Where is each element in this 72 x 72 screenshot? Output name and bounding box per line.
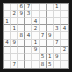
cell-r3c9[interactable]	[61, 18, 68, 25]
cell-r8c5[interactable]	[32, 54, 39, 61]
cell-r4c2[interactable]: 1	[11, 25, 18, 32]
cell-r1c2[interactable]	[11, 4, 18, 11]
cell-r9c9[interactable]	[61, 61, 68, 68]
cell-r5c3[interactable]: 8	[18, 32, 25, 39]
cell-r7c4[interactable]	[25, 47, 32, 54]
cell-r7c3[interactable]	[18, 47, 25, 54]
cell-r2c1[interactable]	[4, 11, 11, 18]
cell-r1c4[interactable]: 7	[25, 4, 32, 11]
cell-r5c2[interactable]	[11, 32, 18, 39]
cell-r9c5[interactable]	[32, 61, 39, 68]
cell-r4c9[interactable]: 4	[61, 25, 68, 32]
cell-r8c7[interactable]: 1	[47, 54, 54, 61]
cell-r8c4[interactable]	[25, 54, 32, 61]
cell-r1c1[interactable]	[4, 4, 11, 11]
cell-r3c2[interactable]	[11, 18, 18, 25]
cell-r7c7[interactable]	[47, 47, 54, 54]
cell-r9c2[interactable]: 7	[11, 61, 18, 68]
cell-r2c6[interactable]	[40, 11, 47, 18]
cell-r2c5[interactable]	[32, 11, 39, 18]
cell-r6c3[interactable]	[18, 40, 25, 47]
cell-r3c5[interactable]: 4	[32, 18, 39, 25]
cell-r1c8[interactable]: 1	[54, 4, 61, 11]
cell-r8c1[interactable]	[4, 54, 11, 61]
cell-r2c8[interactable]	[54, 11, 61, 18]
cell-r2c4[interactable]: 3	[25, 11, 32, 18]
cell-r5c1[interactable]	[4, 32, 11, 39]
cell-r2c3[interactable]: 9	[18, 11, 25, 18]
cell-r8c8[interactable]: 9	[54, 54, 61, 61]
cell-r3c7[interactable]	[47, 18, 54, 25]
cell-r9c3[interactable]	[18, 61, 25, 68]
cell-r9c4[interactable]	[25, 61, 32, 68]
cell-r4c5[interactable]: 2	[32, 25, 39, 32]
cell-r7c5[interactable]: 9	[32, 47, 39, 54]
cell-r9c7[interactable]: 5	[47, 61, 54, 68]
cell-r5c4[interactable]: 4	[25, 32, 32, 39]
cell-r4c7[interactable]	[47, 25, 54, 32]
cell-r4c3[interactable]	[18, 25, 25, 32]
sudoku-board: 6712931412348479491792519785	[3, 3, 69, 69]
cell-r8c9[interactable]	[61, 54, 68, 61]
cell-r3c1[interactable]: 1	[4, 18, 11, 25]
cell-r9c1[interactable]	[4, 61, 11, 68]
cell-r1c5[interactable]	[32, 4, 39, 11]
cell-r6c6[interactable]	[40, 40, 47, 47]
cell-r5c6[interactable]: 7	[40, 32, 47, 39]
cell-r2c2[interactable]: 2	[11, 11, 18, 18]
cell-r4c1[interactable]	[4, 25, 11, 32]
cell-r1c6[interactable]	[40, 4, 47, 11]
cell-r7c1[interactable]	[4, 47, 11, 54]
cell-r1c3[interactable]: 6	[18, 4, 25, 11]
cell-r8c2[interactable]	[11, 54, 18, 61]
cell-r7c9[interactable]: 2	[61, 47, 68, 54]
cell-r3c6[interactable]	[40, 18, 47, 25]
cell-r3c3[interactable]	[18, 18, 25, 25]
cell-r6c9[interactable]	[61, 40, 68, 47]
cell-r5c9[interactable]	[61, 32, 68, 39]
cell-r6c5[interactable]: 1	[32, 40, 39, 47]
cell-r1c9[interactable]	[61, 4, 68, 11]
cell-r2c9[interactable]	[61, 11, 68, 18]
cell-r6c8[interactable]: 7	[54, 40, 61, 47]
cell-r6c4[interactable]	[25, 40, 32, 47]
cell-r3c4[interactable]	[25, 18, 32, 25]
cell-r5c8[interactable]	[54, 32, 61, 39]
cell-r1c7[interactable]	[47, 4, 54, 11]
cell-r8c3[interactable]	[18, 54, 25, 61]
cell-r8c6[interactable]: 5	[40, 54, 47, 61]
cell-r3c8[interactable]	[54, 18, 61, 25]
cell-r7c6[interactable]	[40, 47, 47, 54]
cell-r5c7[interactable]: 9	[47, 32, 54, 39]
cell-r4c6[interactable]	[40, 25, 47, 32]
screenshot-frame: 6712931412348479491792519785	[0, 0, 72, 72]
cell-r7c8[interactable]	[54, 47, 61, 54]
cell-r6c1[interactable]: 4	[4, 40, 11, 47]
cell-r5c5[interactable]	[32, 32, 39, 39]
cell-r6c2[interactable]: 9	[11, 40, 18, 47]
cell-r2c7[interactable]	[47, 11, 54, 18]
cell-r7c2[interactable]	[11, 47, 18, 54]
cell-r9c8[interactable]	[54, 61, 61, 68]
cell-r4c8[interactable]: 3	[54, 25, 61, 32]
cell-r9c6[interactable]: 8	[40, 61, 47, 68]
cell-r4c4[interactable]	[25, 25, 32, 32]
cell-r6c7[interactable]	[47, 40, 54, 47]
